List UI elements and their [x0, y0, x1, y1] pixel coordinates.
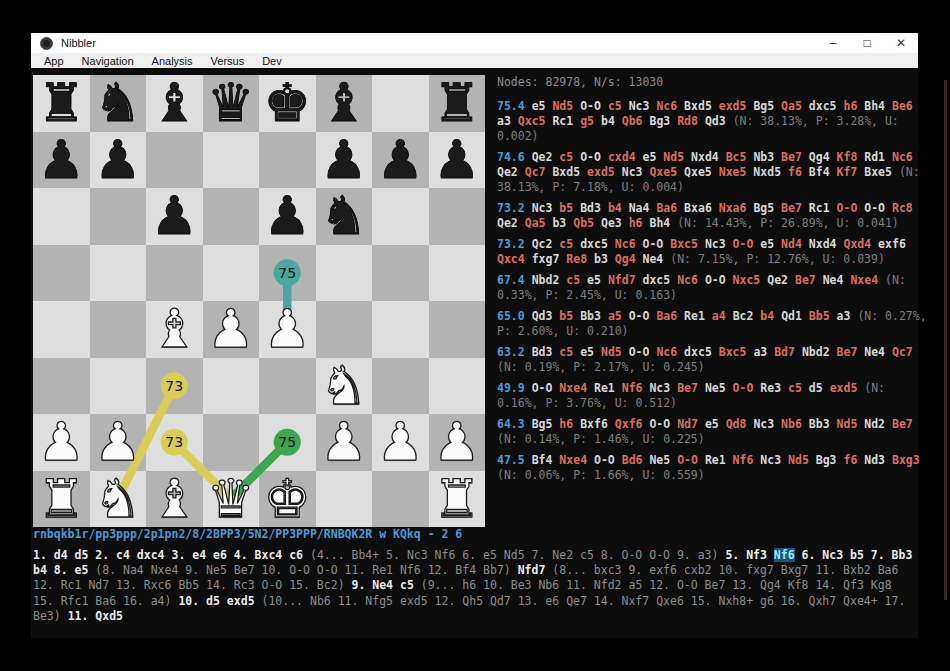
pv-move[interactable]: a5: [608, 309, 622, 323]
pv-move[interactable]: Nb6: [781, 417, 802, 431]
pv-move[interactable]: Bg5: [532, 417, 553, 431]
pv-move[interactable]: f6: [788, 165, 802, 179]
pv-move[interactable]: Nd4: [781, 237, 802, 251]
pv-move[interactable]: Bb3: [580, 309, 601, 323]
pv-move[interactable]: Nc3: [622, 165, 643, 179]
pv-move[interactable]: c5: [559, 237, 573, 251]
mainline-moves[interactable]: 11. Qxd5: [68, 609, 123, 623]
menu-app[interactable]: App: [35, 55, 73, 67]
nodes-status: Nodes: 82978, N/s: 13030: [497, 75, 927, 90]
pv-move[interactable]: O-O: [837, 201, 858, 215]
pv-move[interactable]: cxd4: [608, 150, 636, 164]
pv-move[interactable]: O-O: [864, 201, 885, 215]
engine-line-5[interactable]: 67.4 Nbd2 c5 e5 Nfd7 dxc5 Nc6 O-O Nxc5 Q…: [497, 273, 927, 303]
pv-move[interactable]: Bxd5: [552, 165, 580, 179]
window-controls: – □ ✕: [816, 33, 918, 53]
pv-move[interactable]: Nc6: [656, 345, 677, 359]
pv-move[interactable]: Qxc4: [497, 252, 525, 266]
piece-cell-d4: ♟: [203, 301, 260, 358]
pv-move[interactable]: a3: [753, 345, 767, 359]
piece-white-pawn-a2[interactable]: ♟: [37, 414, 85, 471]
pv-move[interactable]: O-O: [580, 99, 601, 113]
pv-move[interactable]: Be7: [837, 345, 858, 359]
menu-versus[interactable]: Versus: [202, 55, 254, 67]
piece-cell-g6: [372, 188, 429, 245]
pv-move[interactable]: Qxc5: [518, 114, 546, 128]
pv-move[interactable]: Qc7: [892, 345, 913, 359]
pv-move[interactable]: Nxd5: [753, 165, 781, 179]
pv-move[interactable]: Nc3: [649, 381, 670, 395]
pv-move[interactable]: c5: [559, 345, 573, 359]
pv-move[interactable]: c5: [566, 273, 580, 287]
pv-move[interactable]: Nbd2: [532, 273, 560, 287]
piece-cell-c2: [146, 414, 203, 471]
pv-move[interactable]: dxc5: [580, 237, 608, 251]
pv-move[interactable]: Bg5: [753, 201, 774, 215]
piece-cell-g5: [372, 245, 429, 302]
pv-move[interactable]: O-O: [580, 150, 601, 164]
piece-cell-c4: ♝: [146, 301, 203, 358]
piece-white-queen-d1[interactable]: ♛: [207, 471, 255, 528]
line-stats: (N: 0.19%, P: 2.17%, U: 0.245): [497, 360, 705, 374]
pv-move[interactable]: Nc6: [677, 273, 698, 287]
pv-move[interactable]: Re8: [566, 252, 587, 266]
piece-white-rook-a1[interactable]: ♜: [37, 471, 85, 528]
pv-move[interactable]: Bxe5: [864, 165, 892, 179]
pv-move[interactable]: Rc1: [809, 201, 830, 215]
piece-cell-g7: ♟: [372, 132, 429, 189]
pv-move[interactable]: Bh4: [649, 216, 670, 230]
pv-move[interactable]: Nd5: [552, 99, 573, 113]
pv-move[interactable]: Be7: [677, 381, 698, 395]
pv-move[interactable]: Nc3: [532, 201, 553, 215]
piece-cell-b2: ♟: [90, 414, 147, 471]
pv-move[interactable]: Nxe4: [559, 453, 587, 467]
pv-move[interactable]: Be7: [892, 417, 913, 431]
pv-move[interactable]: Nd7: [677, 417, 698, 431]
desktop-edge-artifact: [944, 80, 947, 600]
piece-white-knight-f3[interactable]: ♞: [320, 358, 368, 415]
piece-cell-b6: [90, 188, 147, 245]
line-stats: (N: 0.33%, P: 2.45%, U: 0.163): [497, 273, 906, 302]
app-icon: [40, 37, 53, 50]
pv-move[interactable]: Qb6: [622, 114, 643, 128]
piece-cell-f7: ♟: [316, 132, 373, 189]
pv-move[interactable]: Ba6: [656, 201, 677, 215]
piece-white-king-e1[interactable]: ♚: [263, 471, 311, 528]
variation-moves[interactable]: (4... Bb4+ 5. Nc3 Nf6 6. e5 Nd5 7. Ne2 c…: [310, 548, 725, 562]
pv-move[interactable]: Nd5: [788, 453, 809, 467]
pv-move[interactable]: b3: [594, 252, 608, 266]
piece-cell-h6: [429, 188, 486, 245]
piece-white-pawn-h2[interactable]: ♟: [433, 414, 481, 471]
eval-value: 73.2: [497, 237, 525, 251]
pv-move[interactable]: Nc3: [753, 417, 774, 431]
piece-cell-a6: [33, 188, 90, 245]
line-stats: (N: 0.06%, P: 1.66%, U: 0.559): [497, 468, 705, 482]
piece-cell-g8: [372, 75, 429, 132]
pv-move[interactable]: Bxa6: [684, 201, 712, 215]
pv-move[interactable]: Bh4: [864, 99, 885, 113]
piece-cell-b3: [90, 358, 147, 415]
pv-move[interactable]: Qxe5: [684, 165, 712, 179]
pv-move[interactable]: Kf7: [837, 165, 858, 179]
pv-move[interactable]: Nxd4: [691, 150, 719, 164]
piece-white-bishop-c4[interactable]: ♝: [150, 301, 198, 358]
engine-line-8[interactable]: 49.9 O-O Nxe4 Re1 Nf6 Nc3 Be7 Ne5 O-O Re…: [497, 381, 927, 411]
mainline-moves[interactable]: 5. Nf3: [725, 548, 773, 562]
piece-white-pawn-g2[interactable]: ♟: [376, 414, 424, 471]
piece-cell-g2: ♟: [372, 414, 429, 471]
piece-cell-h5: [429, 245, 486, 302]
pv-move[interactable]: d5: [809, 381, 823, 395]
engine-lines: 75.4 e5 Nd5 O-O c5 Nc3 Nc6 Bxd5 exd5 Bg5…: [497, 99, 927, 483]
piece-black-rook-h8[interactable]: ♜: [433, 75, 481, 132]
pv-move[interactable]: Bb5: [809, 309, 830, 323]
piece-black-knight-f6[interactable]: ♞: [320, 188, 368, 245]
piece-black-queen-d8[interactable]: ♛: [207, 75, 255, 132]
pv-move[interactable]: Qg4: [615, 252, 636, 266]
menu-analysis[interactable]: Analysis: [143, 55, 202, 67]
piece-black-pawn-g7[interactable]: ♟: [376, 132, 424, 189]
pv-move[interactable]: Re1: [684, 309, 705, 323]
pv-move[interactable]: Kf8: [837, 150, 858, 164]
eval-value: 67.4: [497, 273, 525, 287]
pv-move[interactable]: Ba6: [656, 309, 677, 323]
pv-move[interactable]: Qxe5: [649, 165, 677, 179]
pv-move[interactable]: Nd5: [837, 417, 858, 431]
engine-line-7[interactable]: 63.2 Bd3 c5 e5 Nd5 O-O Nc6 dxc5 Bxc5 a3 …: [497, 345, 927, 375]
pv-move[interactable]: exf6: [878, 237, 906, 251]
pv-move[interactable]: Bg5: [753, 99, 774, 113]
pv-move[interactable]: exd5: [587, 165, 615, 179]
piece-cell-b7: ♟: [90, 132, 147, 189]
line-stats: (N: 0.14%, P: 1.46%, U: 0.225): [497, 432, 705, 446]
pv-move[interactable]: Ne4: [643, 252, 664, 266]
piece-black-knight-b8[interactable]: ♞: [94, 75, 142, 132]
pv-move[interactable]: Nc6: [892, 150, 913, 164]
engine-line-2[interactable]: 74.6 Qe2 c5 O-O cxd4 e5 Nd5 Nxd4 Bc5 Nb3…: [497, 150, 927, 195]
title-bar[interactable]: Nibbler – □ ✕: [31, 33, 918, 53]
piece-cell-c3: [146, 358, 203, 415]
pv-move[interactable]: Be7: [795, 273, 816, 287]
pv-move[interactable]: c5: [788, 381, 802, 395]
pv-move[interactable]: a3: [497, 114, 511, 128]
line-stats: (N: 14.43%, P: 26.89%, U: 0.041): [677, 216, 899, 230]
pv-move[interactable]: Nd2: [864, 417, 885, 431]
eval-value: 63.2: [497, 345, 525, 359]
pv-move[interactable]: Nc3: [705, 237, 726, 251]
minimize-button[interactable]: –: [816, 33, 850, 53]
pv-move[interactable]: O-O: [532, 381, 553, 395]
piece-white-rook-h1[interactable]: ♜: [433, 471, 481, 528]
board-pieces: ♜♞♝♛♚♝♜♟♟♟♟♟♟♟♞♝♟♟♞♟♟♟♟♟♜♞♝♛♚♜: [33, 75, 485, 527]
pv-move[interactable]: e5: [532, 99, 546, 113]
pv-move[interactable]: Nxc5: [733, 273, 761, 287]
pv-move[interactable]: Bb3: [809, 417, 830, 431]
piece-black-rook-a8[interactable]: ♜: [37, 75, 85, 132]
engine-line-3[interactable]: 73.2 Nc3 b5 Bd3 b4 Na4 Ba6 Bxa6 Nxa6 Bg5…: [497, 201, 927, 231]
mainline-moves[interactable]: 9. Ne4 c5: [352, 578, 421, 592]
pv-move[interactable]: Bxc5: [719, 345, 747, 359]
pv-move[interactable]: Qg4: [809, 150, 830, 164]
piece-cell-g4: [372, 301, 429, 358]
window-title: Nibbler: [61, 37, 96, 49]
piece-cell-d8: ♛: [203, 75, 260, 132]
pv-move[interactable]: Bd6: [622, 453, 643, 467]
pv-move[interactable]: Ne5: [705, 381, 726, 395]
pv-move[interactable]: Bd3: [532, 345, 553, 359]
engine-line-1[interactable]: 75.4 e5 Nd5 O-O c5 Nc3 Nc6 Bxd5 exd5 Bg5…: [497, 99, 927, 144]
engine-line-4[interactable]: 73.2 Qc2 c5 dxc5 Nc6 O-O Bxc5 Nc3 O-O e5…: [497, 237, 927, 267]
piece-cell-h7: ♟: [429, 132, 486, 189]
piece-cell-h4: [429, 301, 486, 358]
piece-white-bishop-c1[interactable]: ♝: [150, 471, 198, 528]
piece-cell-e1: ♚: [259, 471, 316, 528]
piece-cell-f1: [316, 471, 373, 528]
pv-move[interactable]: e5: [760, 237, 774, 251]
piece-black-pawn-a7[interactable]: ♟: [37, 132, 85, 189]
piece-cell-d1: ♛: [203, 471, 260, 528]
piece-black-pawn-e6[interactable]: ♟: [263, 188, 311, 245]
pv-move[interactable]: Qxd4: [843, 237, 871, 251]
move-list: 1. d4 d5 2. c4 dxc4 3. e4 e6 4. Bxc4 c6 …: [33, 548, 917, 624]
piece-black-bishop-f8[interactable]: ♝: [320, 75, 368, 132]
pv-move[interactable]: Qd1: [781, 309, 802, 323]
pv-move[interactable]: a3: [837, 309, 851, 323]
piece-black-pawn-b7[interactable]: ♟: [94, 132, 142, 189]
pv-move[interactable]: dxc5: [809, 99, 837, 113]
pv-move[interactable]: Nxe4: [850, 273, 878, 287]
pv-move[interactable]: b4: [608, 201, 622, 215]
pv-move[interactable]: exd5: [830, 381, 858, 395]
piece-cell-g3: [372, 358, 429, 415]
piece-cell-e8: ♚: [259, 75, 316, 132]
pv-move[interactable]: Ne4: [823, 273, 844, 287]
pv-move[interactable]: c5: [559, 150, 573, 164]
pv-move[interactable]: Nc6: [656, 99, 677, 113]
pv-move[interactable]: O-O: [677, 453, 698, 467]
pv-move[interactable]: Qb5: [573, 216, 594, 230]
mainline-moves[interactable]: 10. d5 exd5: [178, 594, 261, 608]
mainline-moves[interactable]: 1. d4 d5 2. c4 dxc4 3. e4 e6 4. Bxc4 c6: [33, 548, 310, 562]
piece-cell-d6: [203, 188, 260, 245]
pv-move[interactable]: Qd8: [726, 417, 747, 431]
piece-cell-c8: ♝: [146, 75, 203, 132]
engine-line-9[interactable]: 64.3 Bg5 h6 Bxf6 Qxf6 O-O Nd7 e5 Qd8 Nc3…: [497, 417, 927, 447]
eval-value: 65.0: [497, 309, 525, 323]
pv-move[interactable]: Ne4: [864, 345, 885, 359]
piece-cell-c1: ♝: [146, 471, 203, 528]
pv-move[interactable]: Bf4: [809, 165, 830, 179]
pv-move[interactable]: O-O: [629, 309, 650, 323]
piece-cell-f3: ♞: [316, 358, 373, 415]
pv-move[interactable]: b3: [552, 216, 566, 230]
pv-move[interactable]: O-O: [733, 237, 754, 251]
maximize-button[interactable]: □: [850, 33, 884, 53]
pv-move[interactable]: Bxd5: [684, 99, 712, 113]
pv-move[interactable]: Bf4: [532, 453, 553, 467]
piece-black-bishop-c8[interactable]: ♝: [150, 75, 198, 132]
piece-cell-a4: [33, 301, 90, 358]
pv-move[interactable]: Bc2: [733, 309, 754, 323]
piece-cell-h1: ♜: [429, 471, 486, 528]
piece-black-king-e8[interactable]: ♚: [263, 75, 311, 132]
menu-bar: App Navigation Analysis Versus Dev: [31, 53, 918, 68]
pv-move[interactable]: e5: [587, 273, 601, 287]
pv-move[interactable]: Rc1: [552, 114, 573, 128]
fen-box[interactable]: rnbqkb1r/pp3ppp/2p1pn2/8/2BPP3/5N2/PP3PP…: [33, 527, 533, 541]
pv-move[interactable]: O-O: [705, 273, 726, 287]
piece-white-pawn-f2[interactable]: ♟: [320, 414, 368, 471]
pv-move[interactable]: a4: [712, 309, 726, 323]
pv-move[interactable]: O-O: [629, 345, 650, 359]
piece-cell-f2: ♟: [316, 414, 373, 471]
pv-move[interactable]: Bxf6: [580, 417, 608, 431]
pv-move[interactable]: b4: [601, 114, 615, 128]
pv-move[interactable]: Bxg3: [892, 453, 920, 467]
eval-value: 64.3: [497, 417, 525, 431]
pv-move[interactable]: Qe2: [497, 165, 518, 179]
mainline-moves[interactable]: Nfd7: [518, 563, 553, 577]
pv-move[interactable]: Qd3: [532, 309, 553, 323]
pv-move[interactable]: f6: [843, 453, 857, 467]
pv-move[interactable]: Bxc5: [670, 237, 698, 251]
pv-move[interactable]: Nf6: [622, 381, 643, 395]
piece-cell-a2: ♟: [33, 414, 90, 471]
eval-value: 47.5: [497, 453, 525, 467]
pv-move[interactable]: Nd3: [864, 453, 885, 467]
pv-move[interactable]: Rc8: [892, 201, 913, 215]
pv-move[interactable]: Nxe5: [719, 165, 747, 179]
eval-value: 74.6: [497, 150, 525, 164]
piece-white-pawn-e4[interactable]: ♟: [263, 301, 311, 358]
pv-move[interactable]: Qe2: [767, 273, 788, 287]
pv-move[interactable]: Na4: [629, 201, 650, 215]
pv-move[interactable]: Ne5: [649, 453, 670, 467]
piece-cell-a5: [33, 245, 90, 302]
pv-move[interactable]: h6: [629, 216, 643, 230]
variation-moves[interactable]: (8. Na4 Nxe4 9. Ne5 Be7 10. O-O O-O 11. …: [95, 563, 517, 577]
piece-cell-d5: [203, 245, 260, 302]
pv-move[interactable]: e5: [580, 345, 594, 359]
piece-black-pawn-c6[interactable]: ♟: [150, 188, 198, 245]
pv-move[interactable]: e5: [705, 417, 719, 431]
pv-move[interactable]: Qxf6: [615, 417, 643, 431]
piece-cell-f8: ♝: [316, 75, 373, 132]
piece-cell-f5: [316, 245, 373, 302]
piece-cell-e3: [259, 358, 316, 415]
pv-move[interactable]: Qa5: [781, 99, 802, 113]
pv-move[interactable]: Nxa6: [719, 201, 747, 215]
piece-white-pawn-d4[interactable]: ♟: [207, 301, 255, 358]
close-button[interactable]: ✕: [884, 33, 918, 53]
pv-move[interactable]: dxc5: [643, 273, 671, 287]
analysis-panel: Nodes: 82978, N/s: 13030 75.4 e5 Nd5 O-O…: [497, 75, 927, 489]
pv-move[interactable]: b5: [559, 201, 573, 215]
menu-navigation[interactable]: Navigation: [73, 55, 143, 67]
pv-move[interactable]: Bd3: [580, 201, 601, 215]
pv-move[interactable]: Re1: [594, 381, 615, 395]
piece-white-pawn-b2[interactable]: ♟: [94, 414, 142, 471]
pv-move[interactable]: Bg3: [816, 453, 837, 467]
pv-move[interactable]: Nc6: [615, 237, 636, 251]
piece-cell-d2: [203, 414, 260, 471]
pv-move[interactable]: Qe3: [601, 216, 622, 230]
pv-move[interactable]: O-O: [643, 237, 664, 251]
piece-black-pawn-f7[interactable]: ♟: [320, 132, 368, 189]
piece-cell-c5: [146, 245, 203, 302]
pv-move[interactable]: b5: [559, 309, 573, 323]
engine-line-6[interactable]: 65.0 Qd3 b5 Bb3 a5 O-O Ba6 Re1 a4 Bc2 b4…: [497, 309, 927, 339]
pv-move[interactable]: fxg7: [532, 252, 560, 266]
pv-move[interactable]: Qa5: [525, 216, 546, 230]
pv-move[interactable]: exd5: [719, 99, 747, 113]
pv-move[interactable]: Nxd4: [809, 237, 837, 251]
piece-cell-e2: [259, 414, 316, 471]
engine-line-10[interactable]: 47.5 Bf4 Nxe4 O-O Bd6 Ne5 O-O Re1 Nf6 Nc…: [497, 453, 927, 483]
piece-cell-a1: ♜: [33, 471, 90, 528]
pv-move[interactable]: O-O: [649, 417, 670, 431]
pv-move[interactable]: h6: [843, 99, 857, 113]
pv-move[interactable]: b4: [760, 309, 774, 323]
pv-move[interactable]: Nf6: [733, 453, 754, 467]
pv-move[interactable]: Nd5: [663, 150, 684, 164]
pv-move[interactable]: Qe2: [532, 150, 553, 164]
chess-board[interactable]: 75757373 ♜♞♝♛♚♝♜♟♟♟♟♟♟♟♞♝♟♟♞♟♟♟♟♟♜♞♝♛♚♜: [33, 75, 485, 527]
pv-move[interactable]: Bc5: [726, 150, 747, 164]
pv-move[interactable]: Qc7: [525, 165, 546, 179]
piece-cell-a7: ♟: [33, 132, 90, 189]
piece-cell-c6: ♟: [146, 188, 203, 245]
pv-move[interactable]: Bg3: [649, 114, 670, 128]
pv-move[interactable]: Nc3: [760, 453, 781, 467]
pv-move[interactable]: O-O: [733, 381, 754, 395]
pv-move[interactable]: dxc5: [684, 345, 712, 359]
piece-black-pawn-h7[interactable]: ♟: [433, 132, 481, 189]
pv-move[interactable]: Nd5: [601, 345, 622, 359]
pv-move[interactable]: Nb3: [753, 150, 774, 164]
pv-move[interactable]: e5: [643, 150, 657, 164]
pv-move[interactable]: g5: [580, 114, 594, 128]
pv-move[interactable]: Be7: [781, 150, 802, 164]
pv-move[interactable]: c5: [608, 99, 622, 113]
pv-move[interactable]: Nxe4: [559, 381, 587, 395]
pv-move[interactable]: Qd3: [705, 114, 726, 128]
pv-move[interactable]: Bd7: [774, 345, 795, 359]
piece-cell-b8: ♞: [90, 75, 147, 132]
pv-move[interactable]: Qe2: [497, 216, 518, 230]
piece-cell-b4: [90, 301, 147, 358]
pv-move[interactable]: h6: [559, 417, 573, 431]
piece-cell-h8: ♜: [429, 75, 486, 132]
current-move[interactable]: Nf6: [774, 548, 795, 562]
pv-move[interactable]: Nbd2: [802, 345, 830, 359]
piece-cell-f6: ♞: [316, 188, 373, 245]
menu-dev[interactable]: Dev: [253, 55, 291, 67]
pv-move[interactable]: Rd8: [677, 114, 698, 128]
pv-move[interactable]: Re1: [705, 453, 726, 467]
pv-move[interactable]: Re3: [760, 381, 781, 395]
pv-move[interactable]: O-O: [594, 453, 615, 467]
pv-move[interactable]: Qc2: [532, 237, 553, 251]
pv-move[interactable]: Be7: [781, 201, 802, 215]
pv-move[interactable]: Nfd7: [608, 273, 636, 287]
pv-move[interactable]: Be6: [892, 99, 913, 113]
pv-move[interactable]: Rd1: [864, 150, 885, 164]
pv-move[interactable]: Nc3: [629, 99, 650, 113]
piece-white-knight-b1[interactable]: ♞: [94, 471, 142, 528]
